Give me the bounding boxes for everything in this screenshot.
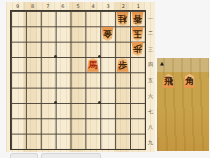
hand-piece-rook: 飛 — [162, 74, 175, 88]
hand-piece-bishop: 角 — [183, 74, 196, 88]
footer-button-right[interactable] — [41, 153, 101, 158]
board-grid: 桂香金玉歩馬歩 — [10, 10, 146, 150]
tsume-shogi-widget: 987654321 一二三四五六七八九 桂香金玉歩馬歩 ▲ 飛角 — [0, 0, 210, 158]
rank-label-7: 七 — [146, 103, 155, 119]
gote-pawn-piece: 歩 — [131, 42, 144, 56]
sente-promoted-bishop-piece: 馬 — [86, 58, 99, 72]
shogi-board: 987654321 一二三四五六七八九 桂香金玉歩馬歩 — [6, 2, 155, 152]
rank-label-2: 二 — [146, 26, 155, 42]
rank-label-4: 四 — [146, 57, 155, 73]
gote-king-piece: 玉 — [131, 27, 144, 41]
gote-lance-piece: 香 — [131, 12, 144, 26]
file-label-7: 7 — [40, 2, 55, 10]
sente-piece-stand: ▲ 飛角 — [157, 58, 209, 151]
rank-label-9: 九 — [146, 135, 155, 151]
file-label-1: 1 — [131, 2, 146, 10]
rank-label-1: 一 — [146, 10, 155, 26]
file-label-6: 6 — [55, 2, 70, 10]
gote-gold-piece: 金 — [101, 27, 114, 41]
footer-button-left[interactable] — [10, 153, 38, 158]
star-point — [54, 55, 57, 58]
file-label-5: 5 — [70, 2, 85, 10]
sente-hand-pieces: 飛角 — [162, 74, 196, 88]
sente-marker-icon: ▲ — [160, 60, 164, 66]
rank-label-3: 三 — [146, 41, 155, 57]
rank-label-6: 六 — [146, 88, 155, 104]
sente-pawn-piece: 歩 — [116, 58, 129, 72]
file-labels: 987654321 — [10, 2, 146, 10]
file-label-8: 8 — [25, 2, 40, 10]
star-point — [98, 101, 101, 104]
file-label-2: 2 — [116, 2, 131, 10]
file-label-4: 4 — [86, 2, 101, 10]
star-point — [98, 55, 101, 58]
rank-label-8: 八 — [146, 119, 155, 135]
rank-labels: 一二三四五六七八九 — [146, 10, 155, 150]
gote-knight-piece: 桂 — [116, 12, 129, 26]
file-label-9: 9 — [10, 2, 25, 10]
rank-label-5: 五 — [146, 72, 155, 88]
file-label-3: 3 — [101, 2, 116, 10]
star-point — [54, 101, 57, 104]
